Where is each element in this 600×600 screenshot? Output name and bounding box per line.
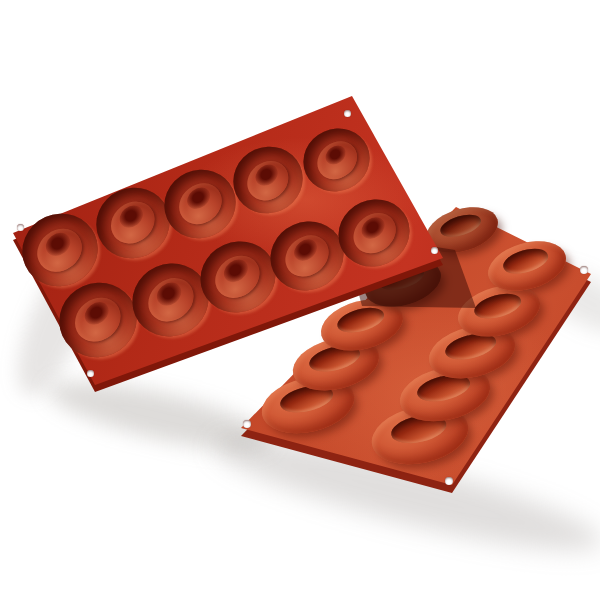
dome-oval-dip xyxy=(437,210,484,241)
dome-oval-dip xyxy=(334,303,387,337)
corner-hole xyxy=(431,247,438,254)
cavity-oval-island xyxy=(240,152,297,208)
island-core-shadow xyxy=(80,298,113,330)
island-core-shadow xyxy=(290,235,321,265)
cavity-oval-island xyxy=(139,269,201,330)
island-core-shadow xyxy=(152,278,185,310)
product-photo xyxy=(0,0,600,600)
corner-hole xyxy=(344,110,351,117)
island-core-shadow xyxy=(42,228,74,260)
cavity-oval-island xyxy=(103,193,163,252)
cavity-oval-island xyxy=(277,227,337,285)
cavity-oval-island xyxy=(171,175,230,232)
dome-oval-dip xyxy=(471,289,524,323)
island-core-shadow xyxy=(357,213,387,242)
cavity-oval-island xyxy=(29,220,91,281)
corner-hole xyxy=(17,224,24,231)
cavity-oval-island xyxy=(66,289,130,351)
corner-hole xyxy=(87,370,94,377)
cavity-oval-island xyxy=(345,205,403,262)
island-core-shadow xyxy=(320,141,348,168)
corner-hole xyxy=(580,266,588,274)
dome-oval-dip xyxy=(500,245,550,278)
corner-hole xyxy=(445,477,453,485)
island-core-shadow xyxy=(116,202,148,233)
island-core-shadow xyxy=(252,160,282,189)
corner-hole xyxy=(243,420,251,428)
cavity-oval-island xyxy=(207,247,268,307)
island-core-shadow xyxy=(183,184,214,214)
cavity-oval-island xyxy=(309,134,363,187)
island-core-shadow xyxy=(220,256,252,287)
